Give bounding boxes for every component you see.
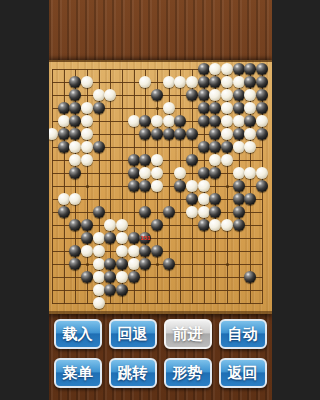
stone-black — [58, 102, 70, 114]
return-button[interactable]: 返回 — [219, 358, 267, 388]
stone-black — [163, 206, 175, 218]
stone-white — [186, 206, 198, 218]
stone-white — [244, 89, 256, 101]
toolbar: 载入 回退 前进 自动 菜单 跳转 形势 返回 — [49, 316, 272, 394]
stone-black — [81, 219, 93, 231]
stone-black — [116, 284, 128, 296]
stone-white — [221, 128, 233, 140]
stone-white — [209, 154, 221, 166]
stone-black — [81, 271, 93, 283]
stone-black — [209, 76, 221, 88]
stone-black — [256, 128, 268, 140]
stone-black — [244, 76, 256, 88]
stone-black — [139, 258, 151, 270]
grid-line-horizontal — [52, 199, 263, 200]
stone-white — [93, 297, 105, 309]
stone-black — [209, 102, 221, 114]
stone-black — [198, 219, 210, 231]
stone-white — [81, 115, 93, 127]
stone-white — [58, 115, 70, 127]
stone-black — [69, 245, 81, 257]
stone-black — [244, 63, 256, 75]
stone-black — [233, 180, 245, 192]
stone-white — [93, 284, 105, 296]
go-board[interactable]: 151 — [49, 60, 272, 314]
stone-white — [151, 115, 163, 127]
stone-black — [244, 271, 256, 283]
stone-black — [93, 141, 105, 153]
jump-button[interactable]: 跳转 — [109, 358, 157, 388]
stone-black — [209, 128, 221, 140]
stone-black: 151 — [139, 232, 151, 244]
stone-black — [104, 271, 116, 283]
grid-line-horizontal — [52, 290, 263, 291]
stone-black — [209, 167, 221, 179]
stone-white — [128, 258, 140, 270]
stone-white — [186, 76, 198, 88]
stone-black — [198, 102, 210, 114]
stone-black — [209, 115, 221, 127]
toolbar-row-2: 菜单 跳转 形势 返回 — [49, 355, 272, 388]
stone-white — [221, 102, 233, 114]
stone-white — [139, 76, 151, 88]
stone-white — [81, 245, 93, 257]
stone-black — [244, 115, 256, 127]
stone-white — [116, 219, 128, 231]
stone-white — [69, 154, 81, 166]
star-point — [156, 107, 159, 110]
stone-black — [69, 76, 81, 88]
stone-black — [104, 232, 116, 244]
stone-black — [128, 232, 140, 244]
grid-line-horizontal — [52, 212, 263, 213]
stone-white — [151, 180, 163, 192]
stone-black — [256, 89, 268, 101]
stone-black — [198, 141, 210, 153]
stone-black — [174, 115, 186, 127]
stone-black — [233, 193, 245, 205]
stone-black — [116, 258, 128, 270]
stone-white — [104, 89, 116, 101]
stone-black — [233, 63, 245, 75]
star-point — [226, 263, 229, 266]
star-point — [156, 263, 159, 266]
stone-white — [58, 193, 70, 205]
stone-white — [163, 115, 175, 127]
stone-black — [198, 167, 210, 179]
load-button[interactable]: 载入 — [54, 319, 102, 349]
stone-black — [233, 128, 245, 140]
stone-white — [209, 63, 221, 75]
auto-button[interactable]: 自动 — [219, 319, 267, 349]
stone-white — [116, 232, 128, 244]
stone-black — [139, 180, 151, 192]
stone-black — [104, 258, 116, 270]
stone-white — [69, 141, 81, 153]
stone-black — [69, 219, 81, 231]
stone-black — [209, 141, 221, 153]
territory-button[interactable]: 形势 — [164, 358, 212, 388]
stone-white — [93, 271, 105, 283]
stone-black — [69, 115, 81, 127]
undo-button[interactable]: 回退 — [109, 319, 157, 349]
stone-black — [256, 102, 268, 114]
stone-black — [209, 206, 221, 218]
stone-white — [151, 167, 163, 179]
stone-white — [198, 206, 210, 218]
stone-white — [116, 245, 128, 257]
star-point — [226, 185, 229, 188]
stone-white — [233, 167, 245, 179]
menu-button[interactable]: 菜单 — [54, 358, 102, 388]
stone-white — [198, 193, 210, 205]
stone-black — [104, 284, 116, 296]
stone-white — [163, 102, 175, 114]
stone-white — [93, 245, 105, 257]
stone-black — [174, 180, 186, 192]
stone-white — [93, 232, 105, 244]
stone-white — [221, 63, 233, 75]
stone-black — [244, 193, 256, 205]
stone-black — [69, 102, 81, 114]
stone-white — [81, 76, 93, 88]
last-move-marker: 151 — [139, 232, 151, 244]
stone-black — [151, 245, 163, 257]
stone-white — [151, 154, 163, 166]
stone-white — [198, 180, 210, 192]
stone-white — [93, 89, 105, 101]
stone-black — [174, 128, 186, 140]
stone-white — [244, 128, 256, 140]
stone-black — [58, 206, 70, 218]
stone-black — [93, 102, 105, 114]
stone-black — [186, 154, 198, 166]
stone-white — [221, 154, 233, 166]
stone-black — [128, 167, 140, 179]
stone-black — [93, 206, 105, 218]
stone-white — [128, 245, 140, 257]
stone-black — [233, 102, 245, 114]
stone-black — [233, 219, 245, 231]
stone-white — [104, 219, 116, 231]
stone-black — [128, 180, 140, 192]
stone-black — [233, 206, 245, 218]
stone-black — [58, 128, 70, 140]
stone-black — [151, 219, 163, 231]
stone-white — [221, 76, 233, 88]
stone-black — [198, 89, 210, 101]
stone-black — [256, 180, 268, 192]
stone-black — [163, 258, 175, 270]
app-screen: 151 载入 回退 前进 自动 菜单 跳转 形势 返回 — [49, 0, 272, 400]
stone-black — [186, 89, 198, 101]
stone-white — [128, 115, 140, 127]
stone-white — [81, 128, 93, 140]
star-point — [86, 263, 89, 266]
stone-white — [81, 102, 93, 114]
stone-black — [69, 128, 81, 140]
stone-black — [139, 206, 151, 218]
stone-black — [139, 128, 151, 140]
stone-black — [81, 232, 93, 244]
stone-white — [174, 76, 186, 88]
stone-black — [256, 63, 268, 75]
stone-white — [209, 89, 221, 101]
stone-white — [221, 89, 233, 101]
stone-black — [69, 89, 81, 101]
stone-white — [256, 115, 268, 127]
stone-white — [174, 167, 186, 179]
stone-black — [139, 154, 151, 166]
stone-black — [163, 128, 175, 140]
stone-white — [69, 193, 81, 205]
stone-black — [256, 76, 268, 88]
stone-white — [221, 115, 233, 127]
forward-button[interactable]: 前进 — [164, 319, 212, 349]
stone-black — [186, 128, 198, 140]
stone-black — [233, 89, 245, 101]
stone-white — [186, 180, 198, 192]
stone-white — [233, 76, 245, 88]
stone-black — [151, 89, 163, 101]
stone-black — [128, 154, 140, 166]
stone-black — [128, 271, 140, 283]
stone-black — [151, 128, 163, 140]
stone-white — [163, 76, 175, 88]
grid-line-horizontal — [52, 303, 263, 304]
stone-white — [244, 167, 256, 179]
stone-white — [233, 141, 245, 153]
stone-white — [49, 128, 59, 140]
stone-black — [186, 193, 198, 205]
stone-black — [198, 63, 210, 75]
stone-white — [244, 102, 256, 114]
stone-black — [139, 115, 151, 127]
stone-black — [69, 258, 81, 270]
stone-white — [233, 115, 245, 127]
stone-black — [69, 167, 81, 179]
stone-black — [58, 141, 70, 153]
stone-black — [198, 115, 210, 127]
stone-white — [244, 141, 256, 153]
stone-white — [209, 219, 221, 231]
stone-white — [81, 141, 93, 153]
star-point — [86, 185, 89, 188]
stone-black — [209, 193, 221, 205]
stone-white — [139, 167, 151, 179]
stone-black — [139, 245, 151, 257]
stone-white — [256, 167, 268, 179]
stone-white — [81, 154, 93, 166]
toolbar-row-1: 载入 回退 前进 自动 — [49, 316, 272, 349]
stone-white — [221, 219, 233, 231]
board-bottom-edge — [49, 311, 272, 314]
stone-white — [93, 258, 105, 270]
stone-black — [198, 76, 210, 88]
stone-black — [221, 141, 233, 153]
stone-white — [116, 271, 128, 283]
